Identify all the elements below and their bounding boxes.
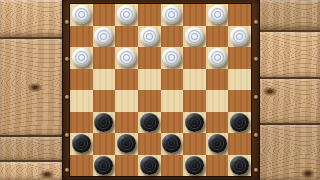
square-f8 [183,4,206,26]
square-a3 [70,112,93,134]
square-f1[interactable] [183,155,206,177]
frame-screw-icon [254,95,258,99]
square-d4 [138,90,161,112]
frame-screw-icon [65,95,69,99]
black-checker[interactable] [185,113,204,132]
square-b8 [93,4,116,26]
square-g3 [206,112,229,134]
square-f3[interactable] [183,112,206,134]
black-checker[interactable] [117,134,136,153]
square-f5[interactable] [183,69,206,91]
wood-knot [263,87,277,96]
wood-plank [0,160,63,180]
square-h7[interactable] [228,26,251,48]
square-e1 [161,155,184,177]
square-d6 [138,47,161,69]
white-checker[interactable] [185,27,204,46]
wood-background-right [257,0,320,180]
square-c5 [115,69,138,91]
square-f2 [183,133,206,155]
square-h2 [228,133,251,155]
square-g8[interactable] [206,4,229,26]
square-a7 [70,26,93,48]
square-c6[interactable] [115,47,138,69]
wood-plank [0,135,63,162]
black-checker[interactable] [94,113,113,132]
white-checker[interactable] [72,5,91,24]
square-h8 [228,4,251,26]
square-h3[interactable] [228,112,251,134]
white-checker[interactable] [117,5,136,24]
square-b2 [93,133,116,155]
square-d7[interactable] [138,26,161,48]
square-e6[interactable] [161,47,184,69]
black-checker[interactable] [230,156,249,175]
white-checker[interactable] [117,48,136,67]
wood-plank [257,123,320,180]
board-grid [70,4,251,176]
frame-screw-icon [65,168,69,172]
square-d5[interactable] [138,69,161,91]
square-d1[interactable] [138,155,161,177]
black-checker[interactable] [230,113,249,132]
square-e8[interactable] [161,4,184,26]
square-e7 [161,26,184,48]
frame-screw-icon [65,57,69,61]
square-e2[interactable] [161,133,184,155]
frame-screw-icon [254,168,258,172]
frame-screw-icon [254,133,258,137]
checkers-app-screen [0,0,320,180]
wood-knot [28,83,42,92]
black-checker[interactable] [162,134,181,153]
square-h6 [228,47,251,69]
square-f6 [183,47,206,69]
white-checker[interactable] [208,5,227,24]
square-g7 [206,26,229,48]
black-checker[interactable] [140,113,159,132]
wood-knot [301,169,315,178]
wood-plank [0,0,63,37]
square-b5[interactable] [93,69,116,91]
black-checker[interactable] [72,134,91,153]
black-checker[interactable] [140,156,159,175]
square-b1[interactable] [93,155,116,177]
square-c8[interactable] [115,4,138,26]
wood-plank [0,37,63,137]
square-f4 [183,90,206,112]
square-g2[interactable] [206,133,229,155]
square-h4 [228,90,251,112]
white-checker[interactable] [72,48,91,67]
square-c3 [115,112,138,134]
black-checker[interactable] [94,156,113,175]
square-d2 [138,133,161,155]
square-b7[interactable] [93,26,116,48]
white-checker[interactable] [230,27,249,46]
wood-background-left [0,0,63,180]
square-d8 [138,4,161,26]
white-checker[interactable] [140,27,159,46]
square-b4 [93,90,116,112]
square-c2[interactable] [115,133,138,155]
wood-plank [257,30,320,79]
square-g6[interactable] [206,47,229,69]
square-a8[interactable] [70,4,93,26]
white-checker[interactable] [162,48,181,67]
square-h5[interactable] [228,69,251,91]
square-a2[interactable] [70,133,93,155]
square-e5 [161,69,184,91]
frame-screw-icon [254,20,258,24]
square-a1 [70,155,93,177]
square-b6 [93,47,116,69]
square-c4[interactable] [115,90,138,112]
white-checker[interactable] [162,5,181,24]
frame-screw-icon [65,133,69,137]
square-a5 [70,69,93,91]
square-g5 [206,69,229,91]
square-h1[interactable] [228,155,251,177]
frame-screw-icon [65,20,69,24]
wood-knot [40,170,54,179]
black-checker[interactable] [208,134,227,153]
white-checker[interactable] [94,27,113,46]
square-e4[interactable] [161,90,184,112]
square-b3[interactable] [93,112,116,134]
wood-plank [257,0,320,30]
square-e3 [161,112,184,134]
square-g4[interactable] [206,90,229,112]
wood-plank [257,77,320,125]
square-c7 [115,26,138,48]
checkers-board [62,0,260,180]
frame-screw-icon [254,57,258,61]
square-d3[interactable] [138,112,161,134]
black-checker[interactable] [185,156,204,175]
square-a4[interactable] [70,90,93,112]
square-c1 [115,155,138,177]
square-g1 [206,155,229,177]
square-a6[interactable] [70,47,93,69]
white-checker[interactable] [208,48,227,67]
square-f7[interactable] [183,26,206,48]
